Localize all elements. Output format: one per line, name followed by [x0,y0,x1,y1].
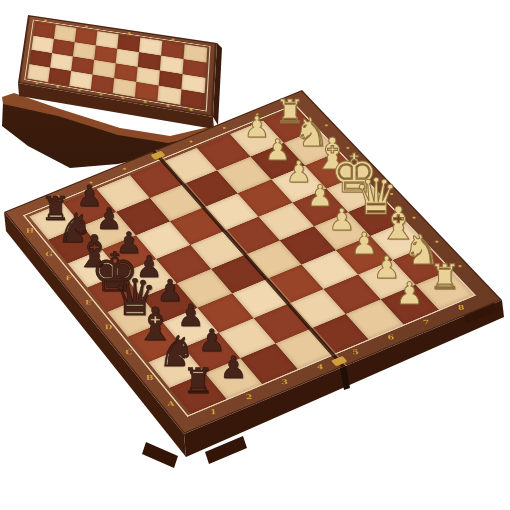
dark-pawn[interactable]: ♟ [218,352,249,383]
piece-layer: ♜♞♝♛♚♝♞♜♟♟♟♟♟♟♟♟♟♟♟♟♟♟♟♟♜♞♝♛♚♝♞♜ [0,0,510,510]
dark-rook[interactable]: ♜ [180,363,215,398]
chess-set-scene: ABCDEFGH12345678 ♜♞♝♛♚♝♞♜♟♟♟♟♟♟♟♟♟♟♟♟♟♟♟… [0,0,510,510]
light-rook[interactable]: ♜ [427,260,462,295]
light-pawn[interactable]: ♟ [394,278,425,309]
